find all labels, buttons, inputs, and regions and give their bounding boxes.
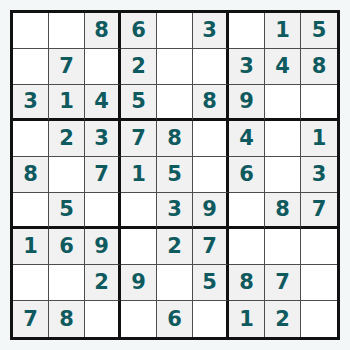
cell-r1c8[interactable]: 1: [265, 13, 301, 49]
cell-r9c9[interactable]: [301, 301, 337, 337]
cell-r2c2[interactable]: 7: [49, 49, 85, 85]
cell-r3c6[interactable]: 8: [193, 85, 229, 121]
cell-r9c4[interactable]: [121, 301, 157, 337]
cell-r8c2[interactable]: [49, 265, 85, 301]
cell-r8c7[interactable]: 8: [229, 265, 265, 301]
cell-r2c6[interactable]: [193, 49, 229, 85]
cell-r3c5[interactable]: [157, 85, 193, 121]
cell-r5c7[interactable]: 6: [229, 157, 265, 193]
cell-r1c2[interactable]: [49, 13, 85, 49]
cell-r2c8[interactable]: 4: [265, 49, 301, 85]
cell-r8c9[interactable]: [301, 265, 337, 301]
cell-r5c2[interactable]: [49, 157, 85, 193]
cell-r5c1[interactable]: 8: [13, 157, 49, 193]
cell-r6c7[interactable]: [229, 193, 265, 229]
cell-r6c6[interactable]: 9: [193, 193, 229, 229]
cell-r2c1[interactable]: [13, 49, 49, 85]
cell-r2c9[interactable]: 8: [301, 49, 337, 85]
cell-r9c7[interactable]: 1: [229, 301, 265, 337]
cell-r5c6[interactable]: [193, 157, 229, 193]
cell-r9c8[interactable]: 2: [265, 301, 301, 337]
cell-r4c8[interactable]: [265, 121, 301, 157]
cell-r6c9[interactable]: 7: [301, 193, 337, 229]
cell-r4c5[interactable]: 8: [157, 121, 193, 157]
cell-r6c5[interactable]: 3: [157, 193, 193, 229]
cell-r8c8[interactable]: 7: [265, 265, 301, 301]
cell-r9c6[interactable]: [193, 301, 229, 337]
cell-r9c5[interactable]: 6: [157, 301, 193, 337]
cell-r7c8[interactable]: [265, 229, 301, 265]
cell-r8c1[interactable]: [13, 265, 49, 301]
cell-r4c9[interactable]: 1: [301, 121, 337, 157]
cell-r8c6[interactable]: 5: [193, 265, 229, 301]
cell-r3c7[interactable]: 9: [229, 85, 265, 121]
cell-r1c7[interactable]: [229, 13, 265, 49]
cell-r6c1[interactable]: [13, 193, 49, 229]
cell-r4c1[interactable]: [13, 121, 49, 157]
sudoku-board: 8631572348314589237841871563539871692729…: [10, 10, 340, 340]
cell-r3c8[interactable]: [265, 85, 301, 121]
cell-r1c5[interactable]: [157, 13, 193, 49]
cell-r6c4[interactable]: [121, 193, 157, 229]
cell-r5c8[interactable]: [265, 157, 301, 193]
cell-r4c3[interactable]: 3: [85, 121, 121, 157]
cell-r2c5[interactable]: [157, 49, 193, 85]
cell-r7c4[interactable]: [121, 229, 157, 265]
cell-r8c3[interactable]: 2: [85, 265, 121, 301]
cell-r7c1[interactable]: 1: [13, 229, 49, 265]
cell-r7c9[interactable]: [301, 229, 337, 265]
cell-r6c8[interactable]: 8: [265, 193, 301, 229]
cell-r4c6[interactable]: [193, 121, 229, 157]
cell-r6c3[interactable]: [85, 193, 121, 229]
cell-r4c2[interactable]: 2: [49, 121, 85, 157]
cell-r7c7[interactable]: [229, 229, 265, 265]
cell-r9c3[interactable]: [85, 301, 121, 337]
cell-r2c3[interactable]: [85, 49, 121, 85]
cell-r7c2[interactable]: 6: [49, 229, 85, 265]
cell-r8c5[interactable]: [157, 265, 193, 301]
cell-r3c1[interactable]: 3: [13, 85, 49, 121]
cell-r7c3[interactable]: 9: [85, 229, 121, 265]
cell-r3c3[interactable]: 4: [85, 85, 121, 121]
cell-r7c5[interactable]: 2: [157, 229, 193, 265]
cell-r2c7[interactable]: 3: [229, 49, 265, 85]
cell-r3c9[interactable]: [301, 85, 337, 121]
cell-r6c2[interactable]: 5: [49, 193, 85, 229]
cell-r4c7[interactable]: 4: [229, 121, 265, 157]
cell-r2c4[interactable]: 2: [121, 49, 157, 85]
cell-r1c9[interactable]: 5: [301, 13, 337, 49]
page: { "game": "sudoku", "board_size": "9x9",…: [0, 0, 350, 350]
cell-r1c4[interactable]: 6: [121, 13, 157, 49]
cell-r4c4[interactable]: 7: [121, 121, 157, 157]
cell-r1c3[interactable]: 8: [85, 13, 121, 49]
cell-r3c4[interactable]: 5: [121, 85, 157, 121]
cell-r5c9[interactable]: 3: [301, 157, 337, 193]
cell-r1c6[interactable]: 3: [193, 13, 229, 49]
cell-r9c1[interactable]: 7: [13, 301, 49, 337]
cell-r9c2[interactable]: 8: [49, 301, 85, 337]
cell-r5c5[interactable]: 5: [157, 157, 193, 193]
cell-r3c2[interactable]: 1: [49, 85, 85, 121]
cell-r5c3[interactable]: 7: [85, 157, 121, 193]
cell-r8c4[interactable]: 9: [121, 265, 157, 301]
cell-r5c4[interactable]: 1: [121, 157, 157, 193]
cell-r7c6[interactable]: 7: [193, 229, 229, 265]
cell-r1c1[interactable]: [13, 13, 49, 49]
